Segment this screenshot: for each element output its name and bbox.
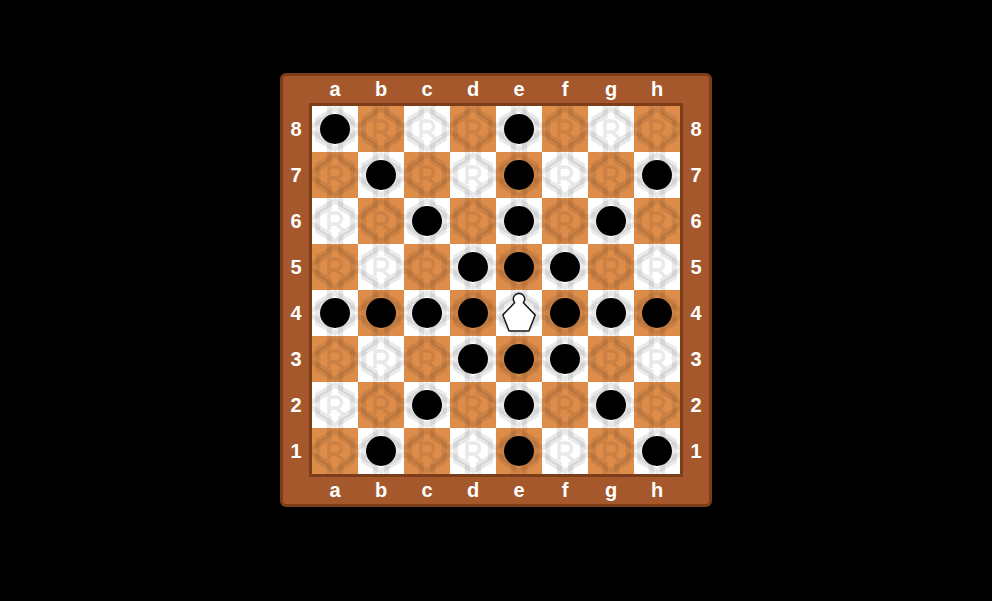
square-e6[interactable] (496, 198, 542, 244)
coordinate-label-d: d (450, 78, 496, 101)
square-c3[interactable] (404, 336, 450, 382)
square-b3[interactable] (358, 336, 404, 382)
square-f4[interactable] (542, 290, 588, 336)
square-g4[interactable] (588, 290, 634, 336)
move-dot-b4 (366, 298, 396, 328)
coordinate-label-h: h (634, 479, 680, 502)
white-piece[interactable] (500, 292, 538, 334)
move-dot-a8 (320, 114, 350, 144)
coordinate-label-b: b (358, 78, 404, 101)
move-dot-b1 (366, 436, 396, 466)
move-dot-c4 (412, 298, 442, 328)
coordinate-label-1: 1 (683, 428, 709, 474)
square-h4[interactable] (634, 290, 680, 336)
coordinate-label-5: 5 (283, 244, 309, 290)
square-c2[interactable] (404, 382, 450, 428)
move-dot-d4 (458, 298, 488, 328)
move-dot-f4 (550, 298, 580, 328)
square-f7[interactable] (542, 152, 588, 198)
square-h6[interactable] (634, 198, 680, 244)
coordinate-label-h: h (634, 78, 680, 101)
square-b2[interactable] (358, 382, 404, 428)
square-a4[interactable] (312, 290, 358, 336)
square-a7[interactable] (312, 152, 358, 198)
coordinate-label-8: 8 (683, 106, 709, 152)
square-g5[interactable] (588, 244, 634, 290)
square-g1[interactable] (588, 428, 634, 474)
square-c5[interactable] (404, 244, 450, 290)
square-d1[interactable] (450, 428, 496, 474)
move-dot-e6 (504, 206, 534, 236)
move-dot-a4 (320, 298, 350, 328)
square-h7[interactable] (634, 152, 680, 198)
move-dot-e5 (504, 252, 534, 282)
move-dot-c2 (412, 390, 442, 420)
move-dot-e3 (504, 344, 534, 374)
move-dot-d5 (458, 252, 488, 282)
square-h3[interactable] (634, 336, 680, 382)
square-f3[interactable] (542, 336, 588, 382)
coordinate-label-6: 6 (683, 198, 709, 244)
file-labels-bottom: abcdefgh (309, 477, 683, 504)
square-a8[interactable] (312, 106, 358, 152)
move-dot-g6 (596, 206, 626, 236)
move-dot-f3 (550, 344, 580, 374)
square-g2[interactable] (588, 382, 634, 428)
square-a2[interactable] (312, 382, 358, 428)
square-b5[interactable] (358, 244, 404, 290)
move-dot-e2 (504, 390, 534, 420)
square-e5[interactable] (496, 244, 542, 290)
move-dot-g4 (596, 298, 626, 328)
square-e4[interactable] (496, 290, 542, 336)
coordinate-label-5: 5 (683, 244, 709, 290)
square-c4[interactable] (404, 290, 450, 336)
chess-board: abcdefgh 87654321 (280, 73, 712, 507)
square-g6[interactable] (588, 198, 634, 244)
coordinate-label-e: e (496, 479, 542, 502)
square-h8[interactable] (634, 106, 680, 152)
coordinate-label-b: b (358, 479, 404, 502)
square-d4[interactable] (450, 290, 496, 336)
square-a1[interactable] (312, 428, 358, 474)
square-e7[interactable] (496, 152, 542, 198)
coordinate-label-d: d (450, 479, 496, 502)
square-h5[interactable] (634, 244, 680, 290)
square-g8[interactable] (588, 106, 634, 152)
move-dot-e8 (504, 114, 534, 144)
coordinate-label-a: a (312, 479, 358, 502)
file-labels-top: abcdefgh (309, 76, 683, 103)
square-d5[interactable] (450, 244, 496, 290)
square-a3[interactable] (312, 336, 358, 382)
square-f2[interactable] (542, 382, 588, 428)
square-e8[interactable] (496, 106, 542, 152)
square-d3[interactable] (450, 336, 496, 382)
coordinate-label-6: 6 (283, 198, 309, 244)
coordinate-label-g: g (588, 479, 634, 502)
square-d8[interactable] (450, 106, 496, 152)
coordinate-label-7: 7 (683, 152, 709, 198)
square-b6[interactable] (358, 198, 404, 244)
board-playing-area (309, 103, 683, 477)
square-c7[interactable] (404, 152, 450, 198)
square-f5[interactable] (542, 244, 588, 290)
square-b1[interactable] (358, 428, 404, 474)
coordinate-label-3: 3 (283, 336, 309, 382)
square-f1[interactable] (542, 428, 588, 474)
move-dot-g2 (596, 390, 626, 420)
square-b7[interactable] (358, 152, 404, 198)
square-a5[interactable] (312, 244, 358, 290)
square-e3[interactable] (496, 336, 542, 382)
coordinate-label-2: 2 (283, 382, 309, 428)
square-b4[interactable] (358, 290, 404, 336)
coordinate-label-2: 2 (683, 382, 709, 428)
square-h1[interactable] (634, 428, 680, 474)
square-c6[interactable] (404, 198, 450, 244)
coordinate-label-1: 1 (283, 428, 309, 474)
square-c8[interactable] (404, 106, 450, 152)
squares-grid (312, 106, 680, 474)
square-e1[interactable] (496, 428, 542, 474)
move-dot-e1 (504, 436, 534, 466)
coordinate-label-7: 7 (283, 152, 309, 198)
rank-labels-left: 87654321 (283, 103, 309, 477)
move-dot-b7 (366, 160, 396, 190)
square-e2[interactable] (496, 382, 542, 428)
move-dot-h4 (642, 298, 672, 328)
square-d7[interactable] (450, 152, 496, 198)
coordinate-label-8: 8 (283, 106, 309, 152)
move-dot-f5 (550, 252, 580, 282)
coordinate-label-f: f (542, 479, 588, 502)
rank-labels-right: 87654321 (683, 103, 709, 477)
coordinate-label-g: g (588, 78, 634, 101)
square-g3[interactable] (588, 336, 634, 382)
square-f8[interactable] (542, 106, 588, 152)
square-g7[interactable] (588, 152, 634, 198)
square-a6[interactable] (312, 198, 358, 244)
square-b8[interactable] (358, 106, 404, 152)
coordinate-label-4: 4 (683, 290, 709, 336)
coordinate-label-4: 4 (283, 290, 309, 336)
square-d6[interactable] (450, 198, 496, 244)
square-h2[interactable] (634, 382, 680, 428)
square-c1[interactable] (404, 428, 450, 474)
coordinate-label-3: 3 (683, 336, 709, 382)
move-dot-d3 (458, 344, 488, 374)
coordinate-label-a: a (312, 78, 358, 101)
coordinate-label-c: c (404, 78, 450, 101)
coordinate-label-e: e (496, 78, 542, 101)
move-dot-h7 (642, 160, 672, 190)
coordinate-label-f: f (542, 78, 588, 101)
square-d2[interactable] (450, 382, 496, 428)
move-dot-e7 (504, 160, 534, 190)
square-f6[interactable] (542, 198, 588, 244)
move-dot-c6 (412, 206, 442, 236)
coordinate-label-c: c (404, 479, 450, 502)
move-dot-h1 (642, 436, 672, 466)
